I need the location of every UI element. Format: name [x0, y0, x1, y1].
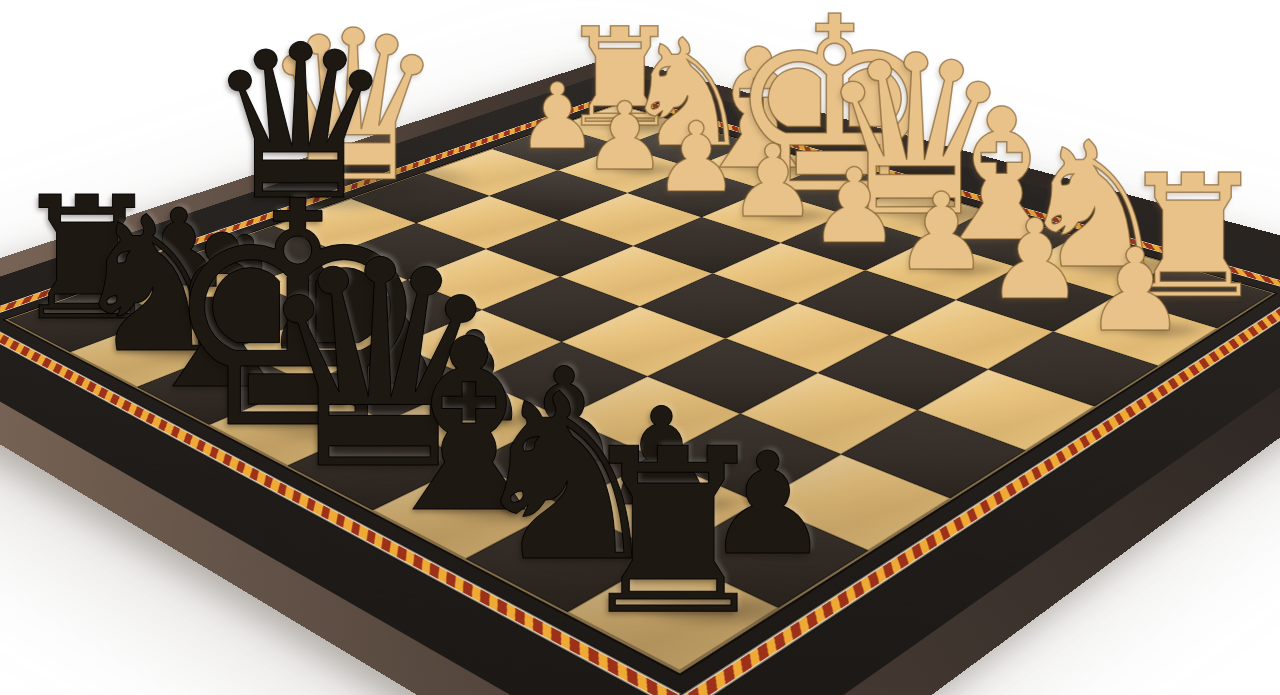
piece-black-rook-a8[interactable]: ♜︎	[559, 419, 786, 646]
product-photo-stage: ♜︎♞︎♝︎♛︎♚︎♝︎♞︎♜︎♟︎♟︎♟︎♟︎♟︎♟︎♟︎♟︎♟︎♟︎♟︎♟︎…	[0, 0, 1280, 695]
piece-white-pawn-a2[interactable]: ♟︎	[1078, 233, 1193, 348]
pieces-layer: ♜︎♞︎♝︎♛︎♚︎♝︎♞︎♜︎♟︎♟︎♟︎♟︎♟︎♟︎♟︎♟︎♟︎♟︎♟︎♟︎…	[0, 0, 1280, 695]
piece-white-pawn-b2[interactable]: ♟︎	[980, 205, 1091, 316]
